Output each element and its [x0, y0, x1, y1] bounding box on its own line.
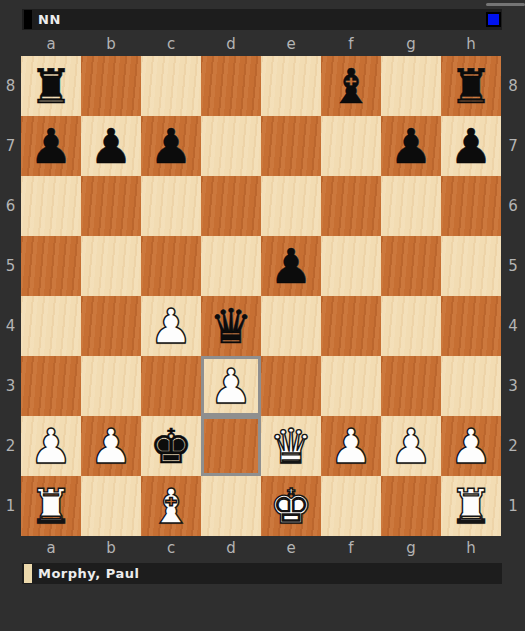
square-b8[interactable] [81, 56, 141, 116]
white-pawn[interactable]: ♟ [389, 416, 432, 476]
white-rook[interactable]: ♜ [29, 476, 72, 536]
scrollbar-remnant [486, 3, 525, 6]
square-b2[interactable]: ♟ [81, 416, 141, 476]
white-pawn[interactable]: ♟ [29, 416, 72, 476]
square-e8[interactable] [261, 56, 321, 116]
black-rook[interactable]: ♜ [449, 56, 492, 116]
file-label-c: c [141, 34, 201, 54]
square-h7[interactable]: ♟ [441, 116, 501, 176]
white-queen[interactable]: ♛ [269, 416, 312, 476]
black-pawn[interactable]: ♟ [89, 116, 132, 176]
square-d1[interactable] [201, 476, 261, 536]
square-b1[interactable] [81, 476, 141, 536]
square-c4[interactable]: ♟ [141, 296, 201, 356]
square-f6[interactable] [321, 176, 381, 236]
square-d5[interactable] [201, 236, 261, 296]
rank-label-3: 3 [501, 356, 525, 416]
square-g6[interactable] [381, 176, 441, 236]
square-c6[interactable] [141, 176, 201, 236]
file-label-a: a [21, 34, 81, 54]
square-e4[interactable] [261, 296, 321, 356]
file-labels-bottom: abcdefgh [21, 538, 501, 558]
white-king[interactable]: ♚ [269, 476, 312, 536]
square-d7[interactable] [201, 116, 261, 176]
square-f2[interactable]: ♟ [321, 416, 381, 476]
square-b3[interactable] [81, 356, 141, 416]
square-e1[interactable]: ♚ [261, 476, 321, 536]
rank-label-4: 4 [501, 296, 525, 356]
rank-label-8: 8 [501, 56, 525, 116]
white-side-chip [24, 564, 32, 583]
rank-label-1: 1 [501, 476, 525, 536]
square-g7[interactable]: ♟ [381, 116, 441, 176]
rank-label-1: 1 [0, 476, 21, 536]
file-labels-top: abcdefgh [21, 34, 501, 54]
square-c8[interactable] [141, 56, 201, 116]
white-pawn[interactable]: ♟ [209, 356, 252, 416]
square-c5[interactable] [141, 236, 201, 296]
square-d4[interactable]: ♛ [201, 296, 261, 356]
black-bishop[interactable]: ♝ [329, 56, 372, 116]
white-pawn[interactable]: ♟ [149, 296, 192, 356]
white-pawn[interactable]: ♟ [89, 416, 132, 476]
square-e2[interactable]: ♛ [261, 416, 321, 476]
square-e7[interactable] [261, 116, 321, 176]
file-label-e: e [261, 34, 321, 54]
file-label-b: b [81, 538, 141, 558]
square-g5[interactable] [381, 236, 441, 296]
file-label-g: g [381, 34, 441, 54]
black-queen[interactable]: ♛ [209, 296, 252, 356]
square-g8[interactable] [381, 56, 441, 116]
rank-label-7: 7 [0, 116, 21, 176]
square-g2[interactable]: ♟ [381, 416, 441, 476]
white-rook[interactable]: ♜ [449, 476, 492, 536]
bottom-player-bar: Morphy, Paul [22, 563, 502, 584]
file-label-d: d [201, 34, 261, 54]
square-c7[interactable]: ♟ [141, 116, 201, 176]
square-a4[interactable] [21, 296, 81, 356]
square-e3[interactable] [261, 356, 321, 416]
black-pawn[interactable]: ♟ [389, 116, 432, 176]
file-label-a: a [21, 538, 81, 558]
square-h4[interactable] [441, 296, 501, 356]
square-f7[interactable] [321, 116, 381, 176]
black-pawn[interactable]: ♟ [149, 116, 192, 176]
square-f1[interactable] [321, 476, 381, 536]
file-label-b: b [81, 34, 141, 54]
bottom-toolbar: Último movimiento: 17.d3# [0, 590, 525, 631]
rank-labels-left: 87654321 [0, 56, 21, 536]
square-a5[interactable] [21, 236, 81, 296]
square-a7[interactable]: ♟ [21, 116, 81, 176]
square-c1[interactable]: ♝ [141, 476, 201, 536]
rank-label-6: 6 [501, 176, 525, 236]
file-label-e: e [261, 538, 321, 558]
square-a6[interactable] [21, 176, 81, 236]
square-c3[interactable] [141, 356, 201, 416]
rank-labels-right: 87654321 [501, 56, 525, 536]
square-h8[interactable]: ♜ [441, 56, 501, 116]
square-f5[interactable] [321, 236, 381, 296]
square-e5[interactable]: ♟ [261, 236, 321, 296]
turn-indicator-square [486, 12, 501, 27]
file-label-f: f [321, 34, 381, 54]
square-f4[interactable] [321, 296, 381, 356]
square-b7[interactable]: ♟ [81, 116, 141, 176]
square-h2[interactable]: ♟ [441, 416, 501, 476]
square-h3[interactable] [441, 356, 501, 416]
black-pawn[interactable]: ♟ [269, 236, 312, 296]
bottom-player-name: Morphy, Paul [38, 566, 139, 581]
rank-label-7: 7 [501, 116, 525, 176]
square-h6[interactable] [441, 176, 501, 236]
rank-label-5: 5 [501, 236, 525, 296]
file-label-f: f [321, 538, 381, 558]
black-pawn[interactable]: ♟ [449, 116, 492, 176]
file-label-c: c [141, 538, 201, 558]
rank-label-2: 2 [0, 416, 21, 476]
file-label-d: d [201, 538, 261, 558]
top-player-bar: NN [22, 9, 502, 30]
black-side-chip [24, 10, 32, 29]
white-bishop[interactable]: ♝ [149, 476, 192, 536]
square-b5[interactable] [81, 236, 141, 296]
rank-label-4: 4 [0, 296, 21, 356]
chess-board[interactable]: ♜♝♜♟♟♟♟♟♟♟♛♟♟♟♚♛♟♟♟♜♝♚♜ [21, 56, 501, 536]
white-pawn[interactable]: ♟ [449, 416, 492, 476]
square-d3[interactable]: ♟ [201, 356, 261, 416]
square-h5[interactable] [441, 236, 501, 296]
square-a3[interactable] [21, 356, 81, 416]
black-king[interactable]: ♚ [149, 416, 192, 476]
square-b4[interactable] [81, 296, 141, 356]
square-d2[interactable] [201, 416, 261, 476]
square-g3[interactable] [381, 356, 441, 416]
square-g4[interactable] [381, 296, 441, 356]
rank-label-3: 3 [0, 356, 21, 416]
file-label-h: h [441, 34, 501, 54]
square-g1[interactable] [381, 476, 441, 536]
square-c2[interactable]: ♚ [141, 416, 201, 476]
square-a1[interactable]: ♜ [21, 476, 81, 536]
square-d8[interactable] [201, 56, 261, 116]
square-f3[interactable] [321, 356, 381, 416]
top-player-name: NN [38, 12, 61, 27]
square-d6[interactable] [201, 176, 261, 236]
file-label-g: g [381, 538, 441, 558]
file-label-h: h [441, 538, 501, 558]
square-a2[interactable]: ♟ [21, 416, 81, 476]
black-pawn[interactable]: ♟ [29, 116, 72, 176]
square-a8[interactable]: ♜ [21, 56, 81, 116]
rank-label-6: 6 [0, 176, 21, 236]
rank-label-5: 5 [0, 236, 21, 296]
rank-label-8: 8 [0, 56, 21, 116]
square-f8[interactable]: ♝ [321, 56, 381, 116]
square-e6[interactable] [261, 176, 321, 236]
square-b6[interactable] [81, 176, 141, 236]
square-h1[interactable]: ♜ [441, 476, 501, 536]
white-pawn[interactable]: ♟ [329, 416, 372, 476]
black-rook[interactable]: ♜ [29, 56, 72, 116]
rank-label-2: 2 [501, 416, 525, 476]
